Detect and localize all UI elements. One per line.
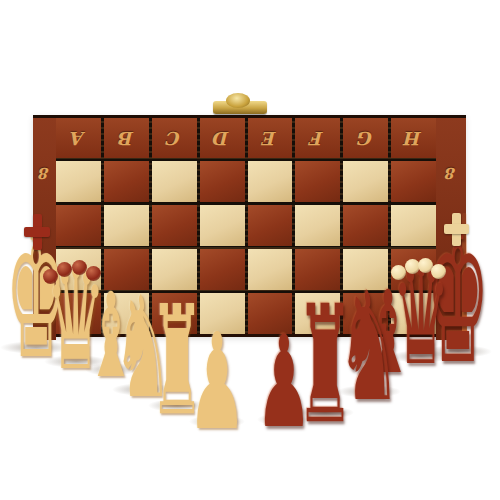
board-square <box>104 249 149 290</box>
board-square <box>56 205 101 246</box>
board-grid: ABCDEFGH <box>56 118 436 333</box>
board-square <box>200 205 245 246</box>
white-queen-ball-accents <box>57 262 72 277</box>
brass-clasp-knob <box>226 93 250 108</box>
red-queen-ball-accents <box>391 265 406 280</box>
file-label: E <box>248 118 293 158</box>
board-square <box>152 249 197 290</box>
file-label: D <box>200 118 245 158</box>
piece-shadow <box>296 406 354 419</box>
board-square <box>200 161 245 202</box>
red-king-cross-accent <box>444 224 469 234</box>
piece-shadow <box>189 415 245 428</box>
board-square <box>152 161 197 202</box>
board-square <box>295 249 340 290</box>
board-square <box>391 205 436 246</box>
white-queen-ball-accents <box>86 266 101 281</box>
board-square <box>343 249 388 290</box>
board-square <box>200 293 245 334</box>
board-square <box>248 205 293 246</box>
board-square <box>104 293 149 334</box>
piece-shadow <box>148 399 206 412</box>
file-label: C <box>152 118 197 158</box>
board-square <box>343 205 388 246</box>
piece-shadow <box>424 345 492 358</box>
file-label: B <box>104 118 149 158</box>
board-square <box>152 293 197 334</box>
board-square <box>391 161 436 202</box>
piece-shadow <box>85 363 137 376</box>
piece-shadow <box>337 385 401 398</box>
board-square <box>248 293 293 334</box>
red-queen-ball-accents <box>431 264 446 279</box>
white-queen-ball-accents <box>43 269 58 284</box>
board-square <box>248 249 293 290</box>
board-square <box>104 205 149 246</box>
rank-label-left: 8 <box>33 164 56 182</box>
board-square <box>200 249 245 290</box>
file-label: H <box>391 118 436 158</box>
board-square <box>104 161 149 202</box>
board-square <box>343 293 388 334</box>
piece-shadow <box>112 383 174 396</box>
board-square <box>343 161 388 202</box>
chess-set-product-photo: ABCDEFGH 8 8 ♚♛♝♞♜♟♟♜♝♞♛♚ <box>0 0 500 500</box>
board-square <box>295 161 340 202</box>
board-square <box>295 205 340 246</box>
folded-chess-board-box: ABCDEFGH 8 8 <box>33 115 466 337</box>
board-square <box>248 161 293 202</box>
board-square <box>295 293 340 334</box>
board-square <box>56 161 101 202</box>
file-label: F <box>295 118 340 158</box>
board-square <box>152 205 197 246</box>
file-label: G <box>343 118 388 158</box>
rank-label-right: 8 <box>436 164 466 182</box>
white-queen-ball-accents <box>72 260 87 275</box>
white-king-cross-accent <box>24 227 50 237</box>
file-label: A <box>56 118 101 158</box>
piece-shadow <box>0 341 72 354</box>
board-square <box>391 293 436 334</box>
board-square <box>56 293 101 334</box>
